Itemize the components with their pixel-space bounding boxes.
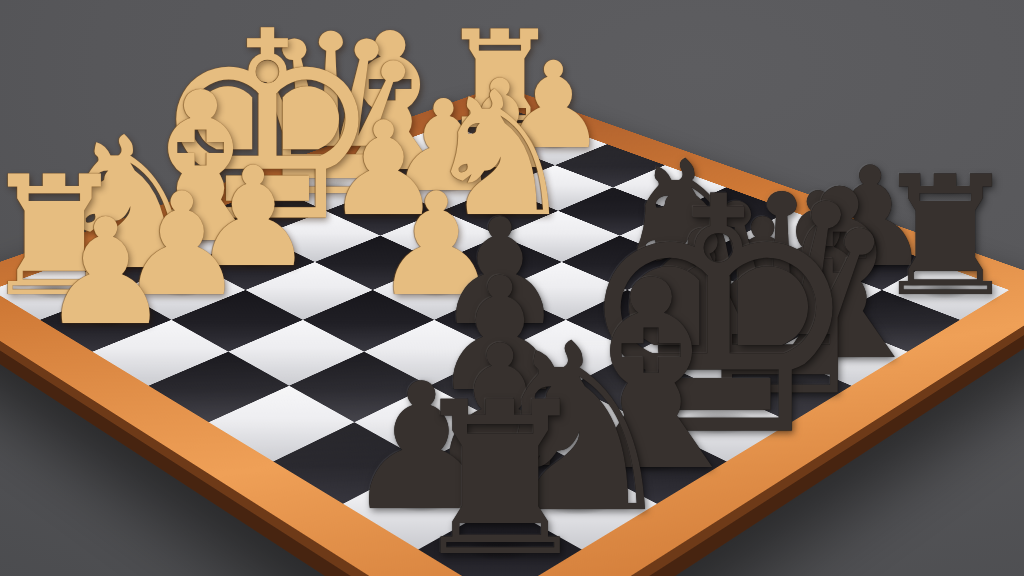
board-3d-wrapper [0, 0, 1024, 576]
board-frame [0, 85, 1024, 576]
scene: 3D render of a low-poly wooden chess set… [0, 0, 1024, 576]
chess-board [0, 105, 1009, 576]
